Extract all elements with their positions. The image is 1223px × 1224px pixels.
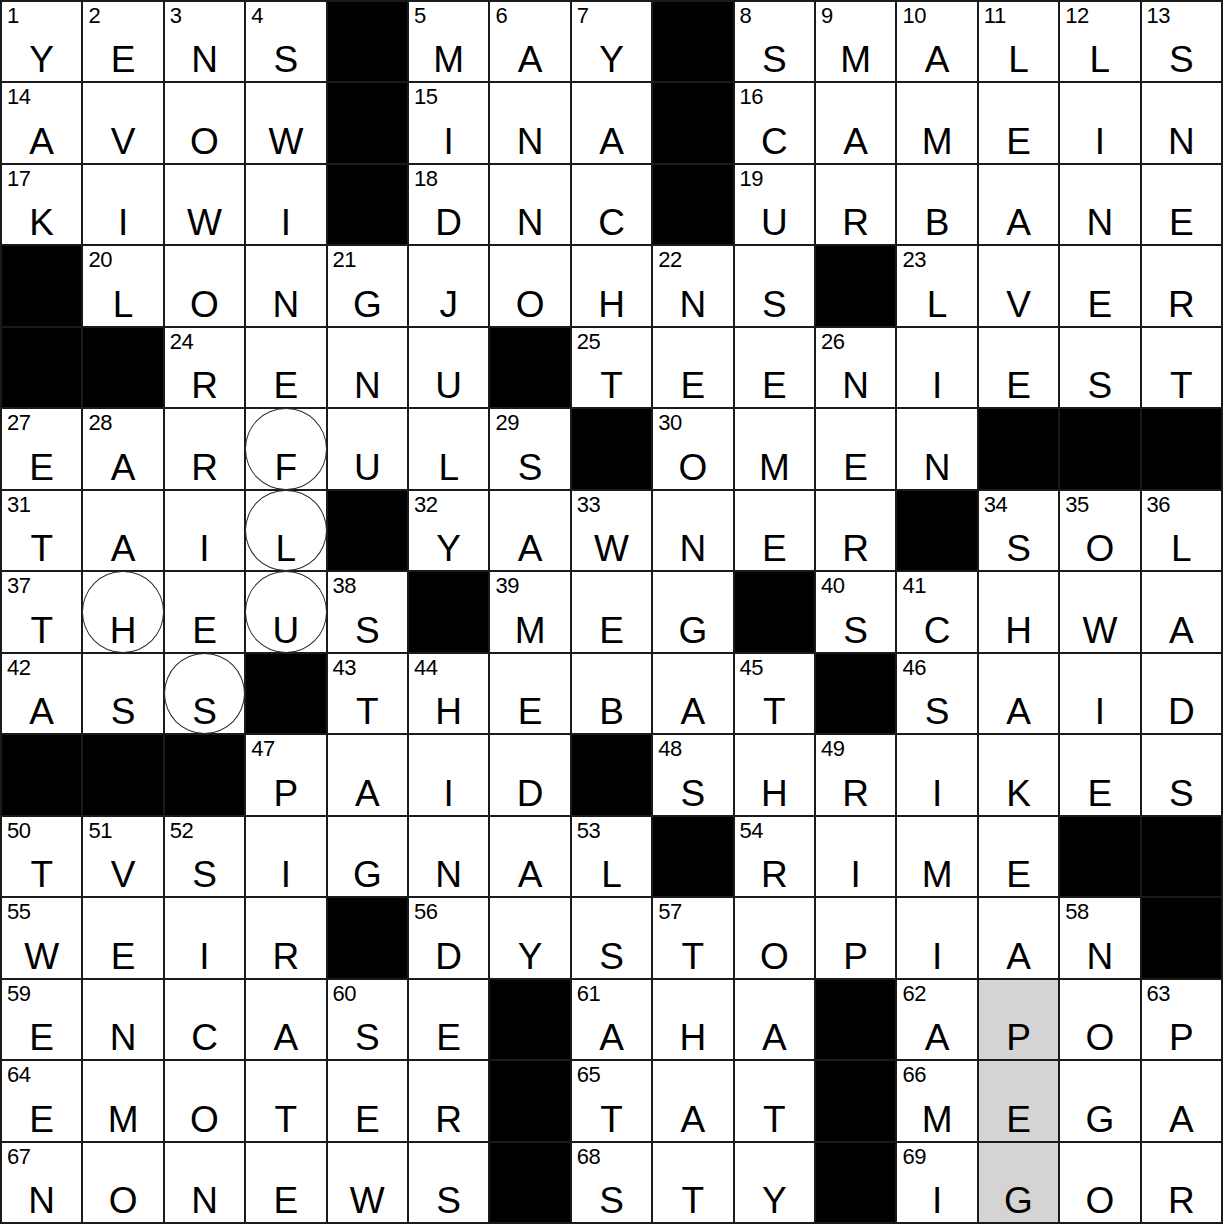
cell-letter: N [1060, 204, 1139, 241]
cell-r6c6[interactable]: L [409, 409, 488, 488]
cell-r12c2[interactable]: E [83, 898, 162, 977]
clue-number: 60 [333, 981, 356, 1006]
cell-r1c4[interactable]: 4S [246, 2, 325, 81]
cell-r3c14[interactable]: N [1060, 165, 1139, 244]
cell-r13c5[interactable]: 60S [328, 980, 407, 1059]
cell-r5c13[interactable]: E [979, 328, 1058, 407]
cell-r1c7[interactable]: 6A [490, 2, 569, 81]
cell-r13c12[interactable]: 62A [897, 980, 976, 1059]
clue-number: 62 [902, 981, 925, 1006]
cell-r14c13[interactable]: E [979, 1061, 1058, 1140]
cell-r15c4[interactable]: E [246, 1143, 325, 1222]
clue-number: 24 [170, 329, 193, 354]
cell-r2c3[interactable]: O [165, 83, 244, 162]
cell-r3c10[interactable]: 19U [735, 165, 814, 244]
cell-r10c10[interactable]: H [735, 735, 814, 814]
cell-r6c9[interactable]: 30O [653, 409, 732, 488]
cell-letter: N [816, 367, 895, 404]
cell-letter: S [979, 530, 1058, 567]
block-r10c2 [83, 735, 162, 814]
block-r3c9 [653, 165, 732, 244]
cell-r13c2[interactable]: N [83, 980, 162, 1059]
cell-r11c11[interactable]: I [816, 817, 895, 896]
cell-r10c9[interactable]: 48S [653, 735, 732, 814]
clue-number: 3 [170, 3, 182, 28]
cell-letter: I [1060, 693, 1139, 730]
cell-r10c5[interactable]: A [328, 735, 407, 814]
cell-r6c7[interactable]: 29S [490, 409, 569, 488]
cell-r5c12[interactable]: I [897, 328, 976, 407]
clue-number: 53 [577, 818, 600, 843]
block-r14c11 [816, 1061, 895, 1140]
cell-letter: N [653, 286, 732, 323]
cell-r6c10[interactable]: M [735, 409, 814, 488]
cell-r11c8[interactable]: 53L [572, 817, 651, 896]
cell-r8c1[interactable]: 37T [2, 572, 81, 651]
cell-r3c12[interactable]: B [897, 165, 976, 244]
cell-letter: E [165, 612, 244, 649]
cell-r4c8[interactable]: H [572, 246, 651, 325]
block-r2c9 [653, 83, 732, 162]
cell-r7c13[interactable]: 34S [979, 491, 1058, 570]
cell-r8c12[interactable]: 41C [897, 572, 976, 651]
block-r12c15 [1142, 898, 1221, 977]
cell-letter: T [653, 938, 732, 975]
cell-letter: U [409, 367, 488, 404]
cell-r15c3[interactable]: N [165, 1143, 244, 1222]
cell-r2c2[interactable]: V [83, 83, 162, 162]
cell-r1c11[interactable]: 9M [816, 2, 895, 81]
cell-r14c5[interactable]: E [328, 1061, 407, 1140]
cell-letter: I [816, 856, 895, 893]
cell-letter: A [2, 123, 81, 160]
cell-r7c8[interactable]: 33W [572, 491, 651, 570]
cell-r4c9[interactable]: 22N [653, 246, 732, 325]
cell-letter: A [653, 1101, 732, 1138]
cell-letter: Y [490, 938, 569, 975]
cell-r15c14[interactable]: O [1060, 1143, 1139, 1222]
cell-letter: T [735, 1101, 814, 1138]
cell-r1c12[interactable]: 10A [897, 2, 976, 81]
clue-number: 15 [414, 84, 437, 109]
cell-r15c8[interactable]: 68S [572, 1143, 651, 1222]
cell-letter: T [653, 1182, 732, 1219]
cell-letter: A [1142, 1101, 1221, 1138]
clue-number: 25 [577, 329, 600, 354]
clue-number: 65 [577, 1062, 600, 1087]
cell-letter: W [572, 530, 651, 567]
cell-r11c1[interactable]: 50T [2, 817, 81, 896]
cell-r9c2[interactable]: S [83, 654, 162, 733]
cell-letter: E [816, 449, 895, 486]
cell-letter: E [2, 1019, 81, 1056]
cell-letter: I [409, 775, 488, 812]
cell-r3c8[interactable]: C [572, 165, 651, 244]
cell-r1c1[interactable]: 1Y [2, 2, 81, 81]
clue-number: 23 [902, 247, 925, 272]
cell-r15c5[interactable]: W [328, 1143, 407, 1222]
cell-r2c1[interactable]: 14A [2, 83, 81, 162]
cell-r15c13[interactable]: G [979, 1143, 1058, 1222]
cell-letter: I [409, 123, 488, 160]
cell-letter: T [2, 856, 81, 893]
cell-r4c2[interactable]: 20L [83, 246, 162, 325]
cell-r12c1[interactable]: 55W [2, 898, 81, 977]
cell-letter: E [979, 367, 1058, 404]
cell-r1c10[interactable]: 8S [735, 2, 814, 81]
block-r3c5 [328, 165, 407, 244]
cell-r10c15[interactable]: S [1142, 735, 1221, 814]
cell-letter: L [246, 530, 325, 567]
cell-r13c4[interactable]: A [246, 980, 325, 1059]
clue-number: 43 [333, 655, 356, 680]
cell-r1c3[interactable]: 3N [165, 2, 244, 81]
cell-r7c6[interactable]: 32Y [409, 491, 488, 570]
cell-r11c2[interactable]: 51V [83, 817, 162, 896]
cell-letter: R [816, 204, 895, 241]
cell-r4c10[interactable]: S [735, 246, 814, 325]
cell-r8c13[interactable]: H [979, 572, 1058, 651]
clue-number: 64 [7, 1062, 30, 1087]
cell-r2c14[interactable]: I [1060, 83, 1139, 162]
cell-r6c3[interactable]: R [165, 409, 244, 488]
cell-r15c6[interactable]: S [409, 1143, 488, 1222]
clue-number: 2 [88, 3, 100, 28]
cell-r13c1[interactable]: 59E [2, 980, 81, 1059]
cell-letter: C [165, 1019, 244, 1056]
block-r8c6 [409, 572, 488, 651]
clue-number: 29 [495, 410, 518, 435]
cell-r10c4[interactable]: 47P [246, 735, 325, 814]
block-r8c10 [735, 572, 814, 651]
cell-r7c11[interactable]: R [816, 491, 895, 570]
cell-r5c9[interactable]: E [653, 328, 732, 407]
cell-r13c3[interactable]: C [165, 980, 244, 1059]
cell-letter: O [1060, 1182, 1139, 1219]
cell-r13c14[interactable]: O [1060, 980, 1139, 1059]
clue-number: 35 [1065, 492, 1088, 517]
cell-r5c6[interactable]: U [409, 328, 488, 407]
block-r4c1 [2, 246, 81, 325]
cell-r9c13[interactable]: A [979, 654, 1058, 733]
cell-letter: J [409, 286, 488, 323]
cell-r9c1[interactable]: 42A [2, 654, 81, 733]
cell-r1c2[interactable]: 2E [83, 2, 162, 81]
cell-r5c14[interactable]: S [1060, 328, 1139, 407]
cell-r11c3[interactable]: 52S [165, 817, 244, 896]
cell-r10c12[interactable]: I [897, 735, 976, 814]
cell-r6c2[interactable]: 28A [83, 409, 162, 488]
cell-r9c12[interactable]: 46S [897, 654, 976, 733]
cell-r2c8[interactable]: A [572, 83, 651, 162]
cell-r7c1[interactable]: 31T [2, 491, 81, 570]
cell-r12c11[interactable]: P [816, 898, 895, 977]
cell-letter: O [165, 286, 244, 323]
cell-letter: A [1142, 612, 1221, 649]
cell-letter: I [897, 775, 976, 812]
cell-r5c3[interactable]: 24R [165, 328, 244, 407]
cell-r8c3[interactable]: E [165, 572, 244, 651]
cell-letter: S [816, 612, 895, 649]
cell-r7c10[interactable]: E [735, 491, 814, 570]
cell-r8c15[interactable]: A [1142, 572, 1221, 651]
cell-r3c13[interactable]: A [979, 165, 1058, 244]
cell-letter: S [897, 693, 976, 730]
cell-r4c6[interactable]: J [409, 246, 488, 325]
cell-r11c7[interactable]: A [490, 817, 569, 896]
cell-r12c8[interactable]: S [572, 898, 651, 977]
cell-r3c6[interactable]: 18D [409, 165, 488, 244]
cell-r4c5[interactable]: 21G [328, 246, 407, 325]
cell-r3c3[interactable]: W [165, 165, 244, 244]
cell-r5c5[interactable]: N [328, 328, 407, 407]
cell-letter: O [165, 123, 244, 160]
clue-number: 11 [984, 3, 1006, 28]
cell-letter: V [979, 286, 1058, 323]
cell-r2c13[interactable]: E [979, 83, 1058, 162]
cell-r14c6[interactable]: R [409, 1061, 488, 1140]
cell-letter: D [490, 775, 569, 812]
cell-r2c10[interactable]: 16C [735, 83, 814, 162]
cell-r6c1[interactable]: 27E [2, 409, 81, 488]
block-r6c15 [1142, 409, 1221, 488]
cell-letter: E [979, 1101, 1058, 1138]
cell-r11c5[interactable]: G [328, 817, 407, 896]
cell-r13c8[interactable]: 61A [572, 980, 651, 1059]
cell-r2c12[interactable]: M [897, 83, 976, 162]
cell-r7c3[interactable]: I [165, 491, 244, 570]
cell-r11c10[interactable]: 54R [735, 817, 814, 896]
clue-number: 42 [7, 655, 30, 680]
cell-r5c8[interactable]: 25T [572, 328, 651, 407]
cell-r10c13[interactable]: K [979, 735, 1058, 814]
cell-r9c9[interactable]: A [653, 654, 732, 733]
cell-r8c2[interactable]: H [83, 572, 162, 651]
cell-letter: E [979, 856, 1058, 893]
cell-r4c4[interactable]: N [246, 246, 325, 325]
cell-r14c4[interactable]: T [246, 1061, 325, 1140]
cell-letter: S [409, 1182, 488, 1219]
cell-r3c1[interactable]: 17K [2, 165, 81, 244]
cell-r8c9[interactable]: G [653, 572, 732, 651]
cell-r15c12[interactable]: 69I [897, 1143, 976, 1222]
cell-letter: G [1060, 1101, 1139, 1138]
cell-r14c1[interactable]: 64E [2, 1061, 81, 1140]
cell-r15c15[interactable]: R [1142, 1143, 1221, 1222]
cell-r3c7[interactable]: N [490, 165, 569, 244]
clue-number: 41 [902, 573, 925, 598]
cell-r1c13[interactable]: 11L [979, 2, 1058, 81]
cell-r12c6[interactable]: 56D [409, 898, 488, 977]
cell-letter: D [409, 204, 488, 241]
cell-r15c1[interactable]: 67N [2, 1143, 81, 1222]
block-r12c5 [328, 898, 407, 977]
cell-r9c5[interactable]: 43T [328, 654, 407, 733]
cell-r4c7[interactable]: O [490, 246, 569, 325]
cell-r11c4[interactable]: I [246, 817, 325, 896]
cell-r4c15[interactable]: R [1142, 246, 1221, 325]
clue-number: 63 [1147, 981, 1170, 1006]
block-r1c9 [653, 2, 732, 81]
cell-letter: I [1060, 123, 1139, 160]
cell-r1c8[interactable]: 7Y [572, 2, 651, 81]
clue-number: 66 [902, 1062, 925, 1087]
cell-letter: E [1142, 204, 1221, 241]
cell-letter: H [735, 775, 814, 812]
cell-r12c3[interactable]: I [165, 898, 244, 977]
cell-r8c11[interactable]: 40S [816, 572, 895, 651]
cell-r12c14[interactable]: 58N [1060, 898, 1139, 977]
cell-letter: W [1060, 612, 1139, 649]
block-r5c1 [2, 328, 81, 407]
clue-number: 18 [414, 166, 437, 191]
cell-r11c6[interactable]: N [409, 817, 488, 896]
clue-number: 4 [251, 3, 263, 28]
cell-r3c15[interactable]: E [1142, 165, 1221, 244]
cell-r7c14[interactable]: 35O [1060, 491, 1139, 570]
cell-r10c11[interactable]: 49R [816, 735, 895, 814]
cell-letter: W [165, 204, 244, 241]
cell-r11c13[interactable]: E [979, 817, 1058, 896]
cell-letter: K [979, 775, 1058, 812]
cell-letter: A [979, 938, 1058, 975]
cell-r5c15[interactable]: T [1142, 328, 1221, 407]
cell-r4c13[interactable]: V [979, 246, 1058, 325]
cell-r7c15[interactable]: 36L [1142, 491, 1221, 570]
cell-r12c7[interactable]: Y [490, 898, 569, 977]
cell-r7c7[interactable]: A [490, 491, 569, 570]
cell-letter: E [2, 449, 81, 486]
cell-r2c11[interactable]: A [816, 83, 895, 162]
cell-r5c10[interactable]: E [735, 328, 814, 407]
cell-r14c2[interactable]: M [83, 1061, 162, 1140]
cell-letter: H [653, 1019, 732, 1056]
cell-r8c4[interactable]: U [246, 572, 325, 651]
cell-letter: V [83, 856, 162, 893]
cell-r7c2[interactable]: A [83, 491, 162, 570]
cell-r4c14[interactable]: E [1060, 246, 1139, 325]
cell-r6c5[interactable]: U [328, 409, 407, 488]
clue-number: 26 [821, 329, 844, 354]
cell-letter: A [328, 775, 407, 812]
cell-r10c7[interactable]: D [490, 735, 569, 814]
cell-r12c9[interactable]: 57T [653, 898, 732, 977]
cell-r6c12[interactable]: N [897, 409, 976, 488]
cell-r10c14[interactable]: E [1060, 735, 1139, 814]
cell-r9c3[interactable]: S [165, 654, 244, 733]
clue-number: 28 [88, 410, 111, 435]
cell-r13c9[interactable]: H [653, 980, 732, 1059]
cell-r1c15[interactable]: 13S [1142, 2, 1221, 81]
cell-letter: L [409, 449, 488, 486]
cell-r5c11[interactable]: 26N [816, 328, 895, 407]
cell-r2c7[interactable]: N [490, 83, 569, 162]
cell-r3c4[interactable]: I [246, 165, 325, 244]
cell-r8c5[interactable]: 38S [328, 572, 407, 651]
cell-letter: E [735, 530, 814, 567]
cell-letter: N [83, 1019, 162, 1056]
cell-r13c13[interactable]: P [979, 980, 1058, 1059]
block-r2c5 [328, 83, 407, 162]
cell-r12c12[interactable]: I [897, 898, 976, 977]
cell-r8c14[interactable]: W [1060, 572, 1139, 651]
cell-letter: U [735, 204, 814, 241]
cell-letter: R [246, 938, 325, 975]
cell-r14c3[interactable]: O [165, 1061, 244, 1140]
cell-r13c10[interactable]: A [735, 980, 814, 1059]
cell-r4c12[interactable]: 23L [897, 246, 976, 325]
cell-r5c4[interactable]: E [246, 328, 325, 407]
cell-r9c10[interactable]: 45T [735, 654, 814, 733]
cell-letter: A [490, 530, 569, 567]
cell-r13c6[interactable]: E [409, 980, 488, 1059]
cell-r7c4[interactable]: L [246, 491, 325, 570]
cell-letter: A [572, 1019, 651, 1056]
clue-number: 12 [1065, 3, 1088, 28]
cell-r9c7[interactable]: E [490, 654, 569, 733]
cell-r14c14[interactable]: G [1060, 1061, 1139, 1140]
cell-r11c12[interactable]: M [897, 817, 976, 896]
cell-r13c15[interactable]: 63P [1142, 980, 1221, 1059]
cell-r8c7[interactable]: 39M [490, 572, 569, 651]
cell-r12c10[interactable]: O [735, 898, 814, 977]
cell-letter: M [490, 612, 569, 649]
cell-letter: T [246, 1101, 325, 1138]
cell-r2c4[interactable]: W [246, 83, 325, 162]
cell-letter: S [165, 856, 244, 893]
cell-r6c11[interactable]: E [816, 409, 895, 488]
cell-letter: Y [572, 41, 651, 78]
cell-r1c14[interactable]: 12L [1060, 2, 1139, 81]
cell-r14c8[interactable]: 65T [572, 1061, 651, 1140]
cell-r14c10[interactable]: T [735, 1061, 814, 1140]
cell-r12c4[interactable]: R [246, 898, 325, 977]
block-r10c8 [572, 735, 651, 814]
cell-r9c14[interactable]: I [1060, 654, 1139, 733]
cell-r1c6[interactable]: 5M [409, 2, 488, 81]
cell-letter: E [83, 938, 162, 975]
clue-number: 20 [88, 247, 111, 272]
cell-r14c15[interactable]: A [1142, 1061, 1221, 1140]
cell-r7c9[interactable]: N [653, 491, 732, 570]
cell-letter: I [897, 367, 976, 404]
cell-r15c10[interactable]: Y [735, 1143, 814, 1222]
cell-r10c6[interactable]: I [409, 735, 488, 814]
cell-letter: R [735, 856, 814, 893]
cell-r4c3[interactable]: O [165, 246, 244, 325]
block-r11c14 [1060, 817, 1139, 896]
cell-r2c15[interactable]: N [1142, 83, 1221, 162]
cell-letter: G [328, 286, 407, 323]
cell-r8c8[interactable]: E [572, 572, 651, 651]
cell-r6c4[interactable]: F [246, 409, 325, 488]
block-r5c2 [83, 328, 162, 407]
cell-r12c13[interactable]: A [979, 898, 1058, 977]
cell-r3c11[interactable]: R [816, 165, 895, 244]
cell-r9c8[interactable]: B [572, 654, 651, 733]
cell-r9c15[interactable]: D [1142, 654, 1221, 733]
cell-letter: E [1060, 286, 1139, 323]
cell-r14c12[interactable]: 66M [897, 1061, 976, 1140]
cell-r3c2[interactable]: I [83, 165, 162, 244]
cell-r15c2[interactable]: O [83, 1143, 162, 1222]
cell-letter: M [409, 41, 488, 78]
cell-r2c6[interactable]: 15I [409, 83, 488, 162]
cell-r9c6[interactable]: 44H [409, 654, 488, 733]
cell-r14c9[interactable]: A [653, 1061, 732, 1140]
cell-letter: N [897, 449, 976, 486]
cell-r15c9[interactable]: T [653, 1143, 732, 1222]
